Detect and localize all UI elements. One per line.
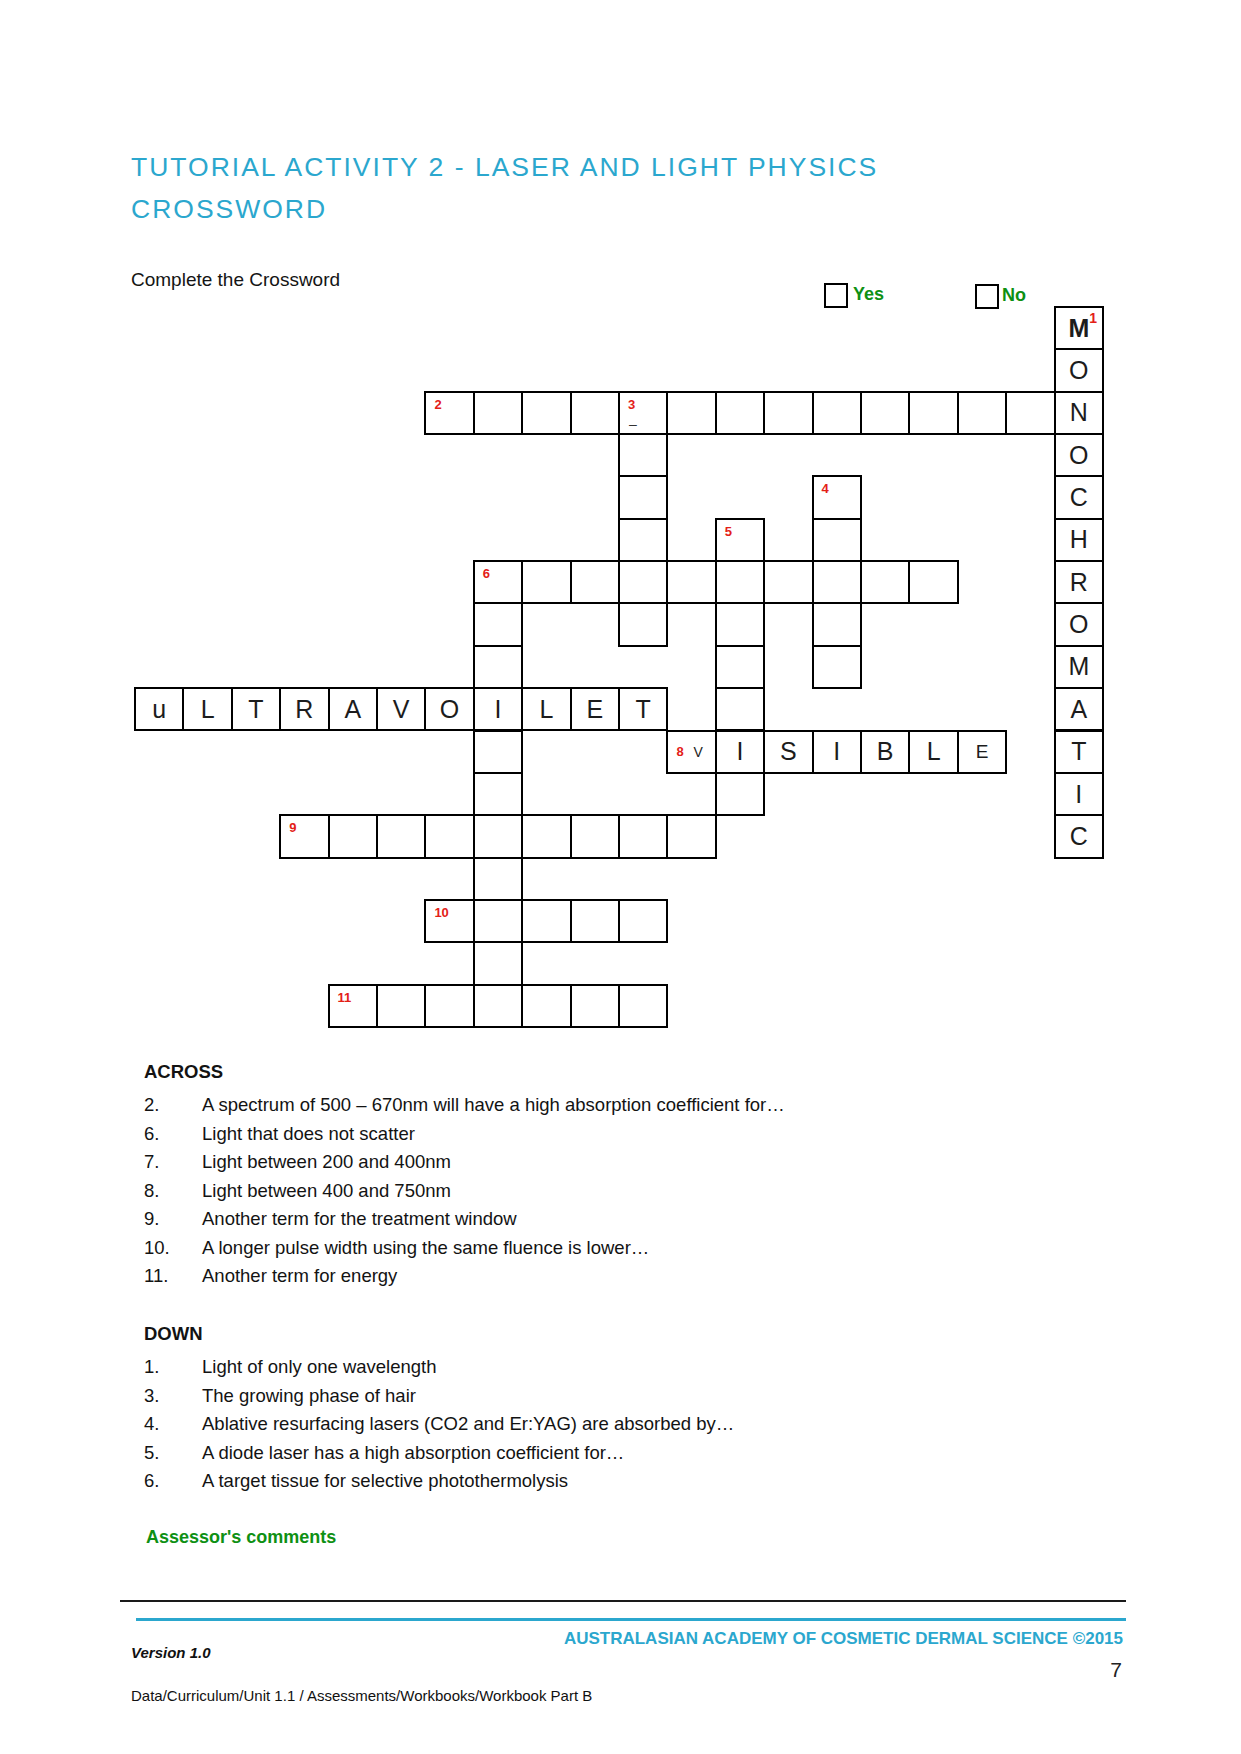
across-clue-11: 11. Another term for energy [144,1262,785,1291]
cell-letter: O [1069,443,1088,468]
cell-clue-number: 11 [338,991,352,1004]
cell-letter: L [927,739,941,764]
grid-cell-r3c17[interactable] [908,391,958,435]
grid-cell-r13c7[interactable] [424,814,474,858]
grid-cell-r10c2[interactable]: L [182,687,232,731]
grid-cell-r10c5[interactable]: A [328,687,378,731]
clue-text: Light between 400 and 750nm [202,1180,451,1202]
clue-number: 1. [144,1356,202,1378]
grid-cell-r9c20[interactable]: M [1054,645,1104,689]
clue-text: A longer pulse width using the same flue… [202,1237,649,1259]
grid-cell-r17c8[interactable] [473,984,523,1028]
down-clue-5: 5. A diode laser has a high absorption c… [144,1439,734,1468]
clue-number: 6. [144,1470,202,1492]
grid-cell-r4c11[interactable] [618,433,668,477]
grid-cell-r15c11[interactable] [618,899,668,943]
cell-clue-number: 3 [628,398,635,411]
clue-number: 10. [144,1237,202,1259]
grid-cell-r11c14[interactable]: S [763,730,813,774]
no-label: No [1002,285,1026,306]
grid-cell-r17c10[interactable] [570,984,620,1028]
cell-letter: L [201,697,215,722]
clue-text: A diode laser has a high absorption coef… [202,1442,624,1464]
clue-number: 11. [144,1265,202,1287]
cell-letter: S [780,739,797,764]
across-clues: ACROSS 2. A spectrum of 500 – 670nm will… [144,1061,785,1291]
cell-clue-number: 9 [289,821,296,834]
cell-letter: A [1070,697,1087,722]
grid-cell-r7c20[interactable]: R [1054,560,1104,604]
grid-cell-r7c9[interactable] [521,560,571,604]
grid-cell-r17c7[interactable] [424,984,474,1028]
across-clue-7: 7. Light between 200 and 400nm [144,1148,785,1177]
grid-cell-r10c4[interactable]: R [279,687,329,731]
grid-cell-r3c13[interactable] [715,391,765,435]
clue-text: A spectrum of 500 – 670nm will have a hi… [202,1094,785,1116]
cell-letter: I [833,739,840,764]
grid-cell-r17c6[interactable] [376,984,426,1028]
grid-cell-r3c18[interactable] [957,391,1007,435]
grid-cell-r11c8[interactable] [473,730,523,774]
grid-cell-r12c20[interactable]: I [1054,772,1104,816]
cell-clue-number: 2 [434,398,441,411]
page-title: TUTORIAL ACTIVITY 2 - LASER AND LIGHT PH… [131,146,1011,230]
cell-letter: O [1069,612,1088,637]
footer-academy-text: AUSTRALASIAN ACADEMY OF COSMETIC DERMAL … [564,1629,1123,1649]
assessor-comments-label: Assessor's comments [146,1527,336,1548]
down-heading: DOWN [144,1323,734,1345]
yes-label: Yes [853,284,884,305]
cell-letter: C [1070,485,1088,510]
footer-version: Version 1.0 [131,1644,210,1661]
grid-cell-r2c20[interactable]: O [1054,348,1104,392]
grid-cell-r7c15[interactable] [812,560,862,604]
grid-cell-r12c13[interactable] [715,772,765,816]
across-heading: ACROSS [144,1061,785,1083]
cell-letter: B [877,739,894,764]
clue-number: 6. [144,1123,202,1145]
grid-cell-r5c20[interactable]: C [1054,475,1104,519]
yes-checkbox[interactable] [824,283,848,308]
crossword-grid: M1O23–NO4C5H6ROMuLTRAVOILETA8VISIBLETI9C… [134,306,1104,1028]
footer-file-path: Data/Curriculum/Unit 1.1 / Assessments/W… [131,1687,592,1704]
grid-cell-r10c11[interactable]: T [618,687,668,731]
grid-cell-r13c10[interactable] [570,814,620,858]
grid-cell-r3c16[interactable] [860,391,910,435]
page-title-line1: TUTORIAL ACTIVITY 2 - LASER AND LIGHT PH… [131,146,1011,188]
grid-cell-r4c20[interactable]: O [1054,433,1104,477]
grid-cell-r3c11[interactable]: 3– [618,391,668,435]
grid-cell-r6c11[interactable] [618,518,668,562]
down-clue-6: 6. A target tissue for selective phototh… [144,1467,734,1496]
cell-letter: R [1070,570,1088,595]
clue-number: 7. [144,1151,202,1173]
grid-cell-r15c10[interactable] [570,899,620,943]
cell-letter-small: V [693,745,702,759]
grid-cell-r10c9[interactable]: L [521,687,571,731]
grid-cell-r8c11[interactable] [618,602,668,646]
grid-cell-r8c20[interactable]: O [1054,602,1104,646]
grid-cell-r11c17[interactable]: L [908,730,958,774]
grid-cell-r7c17[interactable] [908,560,958,604]
grid-cell-r9c8[interactable] [473,645,523,689]
clue-number: 2. [144,1094,202,1116]
grid-cell-r3c20[interactable]: N [1054,391,1104,435]
cell-letter: O [1069,358,1088,383]
cell-letter: M [1068,316,1089,341]
down-clue-3: 3. The growing phase of hair [144,1382,734,1411]
dash-mark: – [629,417,637,431]
grid-cell-r13c5[interactable] [328,814,378,858]
cell-letter: I [495,697,502,722]
grid-cell-r17c9[interactable] [521,984,571,1028]
workbook-page: TUTORIAL ACTIVITY 2 - LASER AND LIGHT PH… [0,0,1241,1754]
across-clue-9: 9. Another term for the treatment window [144,1205,785,1234]
grid-cell-r15c7[interactable]: 10 [424,899,474,943]
grid-cell-r13c20[interactable]: C [1054,814,1104,858]
grid-cell-r13c4[interactable]: 9 [279,814,329,858]
grid-cell-r16c8[interactable] [473,941,523,985]
grid-cell-r13c8[interactable] [473,814,523,858]
clue-text: Light between 200 and 400nm [202,1151,451,1173]
grid-cell-r10c8[interactable]: I [473,687,523,731]
grid-cell-r17c11[interactable] [618,984,668,1028]
down-clue-1: 1. Light of only one wavelength [144,1353,734,1382]
grid-cell-r10c3[interactable]: T [231,687,281,731]
grid-cell-r8c15[interactable] [812,602,862,646]
page-number: 7 [1110,1658,1122,1682]
grid-cell-r10c6[interactable]: V [376,687,426,731]
clue-number: 4. [144,1413,202,1435]
grid-cell-r7c12[interactable] [666,560,716,604]
cell-clue-number: 8 [676,745,683,758]
grid-cell-r3c7[interactable]: 2 [424,391,474,435]
grid-cell-r15c8[interactable] [473,899,523,943]
cell-letter: A [344,697,361,722]
page-title-line2: CROSSWORD [131,188,1011,230]
grid-cell-r14c8[interactable] [473,857,523,901]
grid-cell-r11c18[interactable]: E [957,730,1007,774]
grid-cell-r13c11[interactable] [618,814,668,858]
grid-cell-r6c15[interactable] [812,518,862,562]
grid-cell-r12c8[interactable] [473,772,523,816]
across-clue-6: 6. Light that does not scatter [144,1120,785,1149]
grid-cell-r7c8[interactable]: 6 [473,560,523,604]
cell-clue-number: 1 [1089,311,1097,325]
grid-cell-r3c10[interactable] [570,391,620,435]
clue-text: Ablative resurfacing lasers (CO2 and Er:… [202,1413,734,1435]
cell-clue-number: 10 [434,906,448,919]
grid-cell-r11c13[interactable]: I [715,730,765,774]
grid-cell-r10c7[interactable]: O [424,687,474,731]
grid-cell-r9c13[interactable] [715,645,765,689]
cell-letter: R [295,697,313,722]
across-clue-2: 2. A spectrum of 500 – 670nm will have a… [144,1091,785,1120]
instruction-text: Complete the Crossword [131,269,340,291]
grid-cell-r9c15[interactable] [812,645,862,689]
grid-cell-r7c16[interactable] [860,560,910,604]
grid-cell-r3c12[interactable] [666,391,716,435]
cell-clue-number: 4 [822,482,829,495]
grid-cell-r11c20[interactable]: T [1054,730,1104,774]
clue-number: 9. [144,1208,202,1230]
grid-cell-r7c10[interactable] [570,560,620,604]
grid-cell-r3c15[interactable] [812,391,862,435]
cell-letter: L [539,697,553,722]
grid-cell-r13c12[interactable] [666,814,716,858]
grid-cell-r10c1[interactable]: u [134,687,184,731]
cell-letter: M [1068,654,1089,679]
grid-cell-r7c14[interactable] [763,560,813,604]
clue-number: 8. [144,1180,202,1202]
grid-cell-r11c15[interactable]: I [812,730,862,774]
across-clue-10: 10. A longer pulse width using the same … [144,1234,785,1263]
grid-cell-r10c20[interactable]: A [1054,687,1104,731]
cell-letter: E [976,742,989,761]
down-clues: DOWN 1. Light of only one wavelength 3. … [144,1323,734,1496]
footer-divider [120,1600,1126,1602]
cell-letter: H [1070,527,1088,552]
clue-text: Light that does not scatter [202,1123,415,1145]
grid-cell-r7c11[interactable] [618,560,668,604]
clue-text: Another term for energy [202,1265,397,1287]
grid-cell-r10c13[interactable] [715,687,765,731]
grid-cell-r5c11[interactable] [618,475,668,519]
grid-cell-r7c13[interactable] [715,560,765,604]
cell-clue-number: 5 [725,525,732,538]
cell-letter: I [737,739,744,764]
cell-letter: u [152,697,166,722]
cell-letter: T [248,697,263,722]
cell-letter: V [393,697,410,722]
clue-number: 3. [144,1385,202,1407]
cell-clue-number: 6 [483,567,490,580]
grid-cell-r6c20[interactable]: H [1054,518,1104,562]
grid-cell-r3c14[interactable] [763,391,813,435]
cell-letter: T [636,697,651,722]
grid-cell-r5c15[interactable]: 4 [812,475,862,519]
grid-cell-r8c13[interactable] [715,602,765,646]
clue-text: Light of only one wavelength [202,1356,437,1378]
cell-letter: T [1071,739,1086,764]
grid-cell-r3c19[interactable] [1005,391,1055,435]
cell-letter: C [1070,824,1088,849]
grid-cell-r6c13[interactable]: 5 [715,518,765,562]
footer-accent-divider [136,1618,1126,1621]
grid-cell-r3c8[interactable] [473,391,523,435]
grid-cell-r13c6[interactable] [376,814,426,858]
grid-cell-r8c8[interactable] [473,602,523,646]
clue-text: The growing phase of hair [202,1385,416,1407]
grid-cell-r13c9[interactable] [521,814,571,858]
cell-letter: E [586,697,603,722]
clue-text: A target tissue for selective phototherm… [202,1470,568,1492]
grid-cell-r3c9[interactable] [521,391,571,435]
cell-letter: I [1075,782,1082,807]
grid-cell-r17c5[interactable]: 11 [328,984,378,1028]
cell-letter: N [1070,400,1088,425]
clue-number: 5. [144,1442,202,1464]
grid-cell-r1c20[interactable]: M1 [1054,306,1104,350]
grid-cell-r11c16[interactable]: B [860,730,910,774]
across-clue-8: 8. Light between 400 and 750nm [144,1177,785,1206]
grid-cell-r10c10[interactable]: E [570,687,620,731]
grid-cell-r11c12[interactable]: 8V [666,730,716,774]
cell-letter: O [440,697,459,722]
clue-text: Another term for the treatment window [202,1208,517,1230]
grid-cell-r15c9[interactable] [521,899,571,943]
down-clue-4: 4. Ablative resurfacing lasers (CO2 and … [144,1410,734,1439]
